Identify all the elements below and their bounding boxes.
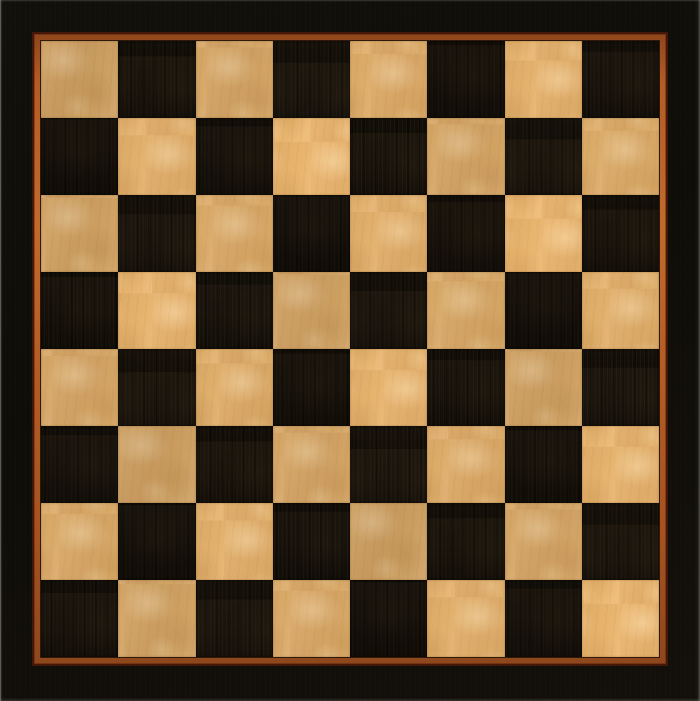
photo-edge-highlight-left bbox=[0, 0, 3, 701]
photo-edge-highlight-top bbox=[0, 0, 700, 2]
square-h8[interactable] bbox=[582, 41, 659, 118]
square-a3[interactable] bbox=[41, 426, 118, 503]
square-c5[interactable] bbox=[196, 272, 273, 349]
square-a1[interactable] bbox=[41, 580, 118, 657]
square-e8[interactable] bbox=[350, 41, 427, 118]
square-b2[interactable] bbox=[118, 503, 195, 580]
square-b1[interactable] bbox=[118, 580, 195, 657]
square-e6[interactable] bbox=[350, 195, 427, 272]
square-d1[interactable] bbox=[273, 580, 350, 657]
square-e1[interactable] bbox=[350, 580, 427, 657]
square-f2[interactable] bbox=[427, 503, 504, 580]
square-d8[interactable] bbox=[273, 41, 350, 118]
trim-border bbox=[32, 32, 668, 666]
square-e5[interactable] bbox=[350, 272, 427, 349]
square-f4[interactable] bbox=[427, 349, 504, 426]
square-c2[interactable] bbox=[196, 503, 273, 580]
square-b7[interactable] bbox=[118, 118, 195, 195]
square-b3[interactable] bbox=[118, 426, 195, 503]
square-c7[interactable] bbox=[196, 118, 273, 195]
square-b6[interactable] bbox=[118, 195, 195, 272]
square-d6[interactable] bbox=[273, 195, 350, 272]
square-g1[interactable] bbox=[505, 580, 582, 657]
square-c8[interactable] bbox=[196, 41, 273, 118]
square-a4[interactable] bbox=[41, 349, 118, 426]
square-e4[interactable] bbox=[350, 349, 427, 426]
square-g7[interactable] bbox=[505, 118, 582, 195]
square-e2[interactable] bbox=[350, 503, 427, 580]
square-a8[interactable] bbox=[41, 41, 118, 118]
square-c6[interactable] bbox=[196, 195, 273, 272]
square-d5[interactable] bbox=[273, 272, 350, 349]
square-h7[interactable] bbox=[582, 118, 659, 195]
square-g5[interactable] bbox=[505, 272, 582, 349]
square-h3[interactable] bbox=[582, 426, 659, 503]
square-f7[interactable] bbox=[427, 118, 504, 195]
square-g2[interactable] bbox=[505, 503, 582, 580]
square-b5[interactable] bbox=[118, 272, 195, 349]
square-e7[interactable] bbox=[350, 118, 427, 195]
square-d2[interactable] bbox=[273, 503, 350, 580]
square-g3[interactable] bbox=[505, 426, 582, 503]
square-a7[interactable] bbox=[41, 118, 118, 195]
square-f5[interactable] bbox=[427, 272, 504, 349]
chessboard-photo bbox=[0, 0, 700, 701]
square-h1[interactable] bbox=[582, 580, 659, 657]
square-c3[interactable] bbox=[196, 426, 273, 503]
square-d7[interactable] bbox=[273, 118, 350, 195]
square-f8[interactable] bbox=[427, 41, 504, 118]
square-a2[interactable] bbox=[41, 503, 118, 580]
square-h5[interactable] bbox=[582, 272, 659, 349]
square-h4[interactable] bbox=[582, 349, 659, 426]
square-h2[interactable] bbox=[582, 503, 659, 580]
square-b4[interactable] bbox=[118, 349, 195, 426]
square-e3[interactable] bbox=[350, 426, 427, 503]
square-a6[interactable] bbox=[41, 195, 118, 272]
chess-board bbox=[41, 41, 659, 657]
square-c4[interactable] bbox=[196, 349, 273, 426]
square-g4[interactable] bbox=[505, 349, 582, 426]
square-g8[interactable] bbox=[505, 41, 582, 118]
square-f3[interactable] bbox=[427, 426, 504, 503]
square-g6[interactable] bbox=[505, 195, 582, 272]
square-d4[interactable] bbox=[273, 349, 350, 426]
square-a5[interactable] bbox=[41, 272, 118, 349]
photo-edge-highlight-right bbox=[696, 0, 700, 701]
square-d3[interactable] bbox=[273, 426, 350, 503]
square-f1[interactable] bbox=[427, 580, 504, 657]
square-b8[interactable] bbox=[118, 41, 195, 118]
square-f6[interactable] bbox=[427, 195, 504, 272]
square-c1[interactable] bbox=[196, 580, 273, 657]
square-h6[interactable] bbox=[582, 195, 659, 272]
